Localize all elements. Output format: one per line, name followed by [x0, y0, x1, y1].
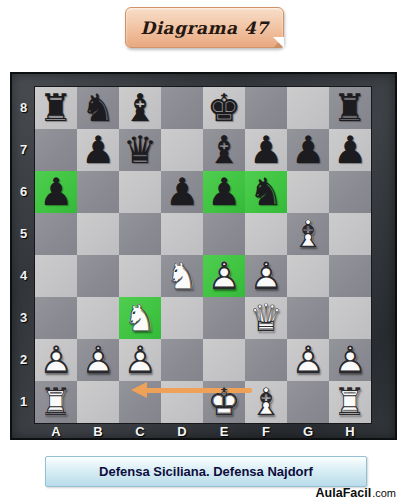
square-h6[interactable]: [329, 171, 371, 213]
square-e6[interactable]: ♟: [203, 171, 245, 213]
black-pawn-d6[interactable]: ♟: [161, 171, 203, 213]
black-pawn-h7[interactable]: ♟: [329, 129, 371, 171]
rank-label-2: 2: [12, 339, 35, 381]
black-knight-f6[interactable]: ♞: [245, 171, 287, 213]
brand: AulaFacil.com: [316, 486, 396, 500]
caption-box: Defensa Siciliana. Defensa Najdorf: [45, 456, 367, 487]
white-knight-c3[interactable]: ♞♘: [119, 297, 161, 339]
square-d6[interactable]: ♟: [161, 171, 203, 213]
square-b4[interactable]: [77, 255, 119, 297]
square-g4[interactable]: [287, 255, 329, 297]
square-h2[interactable]: ♟♙: [329, 339, 371, 381]
diagram-title-ribbon: Diagrama 47: [125, 7, 284, 48]
square-d4[interactable]: ♞♘: [161, 255, 203, 297]
piece-outline-layer: ♔: [203, 381, 245, 423]
square-a3[interactable]: [35, 297, 77, 339]
square-a7[interactable]: [35, 129, 77, 171]
white-pawn-f4[interactable]: ♟♙: [245, 255, 287, 297]
white-pawn-a2[interactable]: ♟♙: [35, 339, 77, 381]
rank-labels: 87654321: [12, 87, 35, 423]
square-f5[interactable]: [245, 213, 287, 255]
square-b3[interactable]: [77, 297, 119, 339]
white-pawn-h2[interactable]: ♟♙: [329, 339, 371, 381]
rank-label-5: 5: [12, 213, 35, 255]
black-pawn-f7[interactable]: ♟: [245, 129, 287, 171]
rank-label-4: 4: [12, 255, 35, 297]
square-e8[interactable]: ♚: [203, 87, 245, 129]
diagram-title: Diagrama 47: [140, 18, 268, 38]
square-g5[interactable]: ♝♗: [287, 213, 329, 255]
square-c2[interactable]: ♟♙: [119, 339, 161, 381]
rank-label-3: 3: [12, 297, 35, 339]
piece-outline-layer: ♘: [119, 297, 161, 339]
white-bishop-g5[interactable]: ♝♗: [287, 213, 329, 255]
piece-outline-layer: ♕: [245, 297, 287, 339]
white-pawn-g2[interactable]: ♟♙: [287, 339, 329, 381]
square-f7[interactable]: ♟: [245, 129, 287, 171]
board-grid[interactable]: ♜♞♝♚♜♟♛♝♟♟♟♟♟♟♞♝♗♞♘♟♙♟♙♞♘♛♕♟♙♟♙♟♙♟♙♟♙♜♖♚…: [35, 87, 371, 423]
rank-label-6: 6: [12, 171, 35, 213]
piece-outline-layer: ♙: [203, 255, 245, 297]
file-labels: ABCDEFGH: [35, 424, 371, 441]
square-d2[interactable]: [161, 339, 203, 381]
square-c3[interactable]: ♞♘: [119, 297, 161, 339]
square-b8[interactable]: ♞: [77, 87, 119, 129]
white-pawn-b2[interactable]: ♟♙: [77, 339, 119, 381]
file-label-f: F: [245, 424, 287, 441]
square-b6[interactable]: [77, 171, 119, 213]
square-h5[interactable]: [329, 213, 371, 255]
piece-outline-layer: ♙: [119, 339, 161, 381]
black-bishop-e7[interactable]: ♝: [203, 129, 245, 171]
square-h1[interactable]: ♜♖: [329, 381, 371, 423]
file-label-d: D: [161, 424, 203, 441]
white-rook-h1[interactable]: ♜♖: [329, 381, 371, 423]
chess-board-frame: 87654321 ♜♞♝♚♜♟♛♝♟♟♟♟♟♟♞♝♗♞♘♟♙♟♙♞♘♛♕♟♙♟♙…: [10, 72, 397, 440]
square-e3[interactable]: [203, 297, 245, 339]
white-bishop-f1[interactable]: ♝♗: [245, 381, 287, 423]
square-d7[interactable]: [161, 129, 203, 171]
square-g8[interactable]: [287, 87, 329, 129]
piece-outline-layer: ♙: [329, 339, 371, 381]
black-king-e8[interactable]: ♚: [203, 87, 245, 129]
black-pawn-b7[interactable]: ♟: [77, 129, 119, 171]
black-pawn-g7[interactable]: ♟: [287, 129, 329, 171]
square-c8[interactable]: ♝: [119, 87, 161, 129]
file-label-b: B: [77, 424, 119, 441]
square-a1[interactable]: ♜♖: [35, 381, 77, 423]
square-e5[interactable]: [203, 213, 245, 255]
piece-outline-layer: ♗: [245, 381, 287, 423]
square-b1[interactable]: [77, 381, 119, 423]
square-g1[interactable]: [287, 381, 329, 423]
square-g7[interactable]: ♟: [287, 129, 329, 171]
square-a6[interactable]: ♟: [35, 171, 77, 213]
square-d3[interactable]: [161, 297, 203, 339]
square-c6[interactable]: [119, 171, 161, 213]
black-pawn-e6[interactable]: ♟: [203, 171, 245, 213]
square-e7[interactable]: ♝: [203, 129, 245, 171]
square-b5[interactable]: [77, 213, 119, 255]
square-f4[interactable]: ♟♙: [245, 255, 287, 297]
black-rook-a8[interactable]: ♜: [35, 87, 77, 129]
square-a4[interactable]: [35, 255, 77, 297]
square-f1[interactable]: ♝♗: [245, 381, 287, 423]
square-c4[interactable]: [119, 255, 161, 297]
white-pawn-e4[interactable]: ♟♙: [203, 255, 245, 297]
square-e4[interactable]: ♟♙: [203, 255, 245, 297]
square-d1[interactable]: [161, 381, 203, 423]
square-a2[interactable]: ♟♙: [35, 339, 77, 381]
white-king-e1[interactable]: ♚♔: [203, 381, 245, 423]
piece-outline-layer: ♙: [35, 339, 77, 381]
piece-outline-layer: ♘: [161, 255, 203, 297]
black-bishop-c8[interactable]: ♝: [119, 87, 161, 129]
square-a5[interactable]: [35, 213, 77, 255]
square-h3[interactable]: [329, 297, 371, 339]
square-g2[interactable]: ♟♙: [287, 339, 329, 381]
square-d8[interactable]: [161, 87, 203, 129]
black-rook-h8[interactable]: ♜: [329, 87, 371, 129]
square-c5[interactable]: [119, 213, 161, 255]
square-a8[interactable]: ♜: [35, 87, 77, 129]
square-e1[interactable]: ♚♔: [203, 381, 245, 423]
brand-suffix: .com: [372, 487, 396, 499]
rank-label-7: 7: [12, 129, 35, 171]
piece-outline-layer: ♖: [329, 381, 371, 423]
white-knight-d4[interactable]: ♞♘: [161, 255, 203, 297]
square-f3[interactable]: ♛♕: [245, 297, 287, 339]
square-g6[interactable]: [287, 171, 329, 213]
file-label-e: E: [203, 424, 245, 441]
file-label-g: G: [287, 424, 329, 441]
square-c1[interactable]: [119, 381, 161, 423]
file-label-c: C: [119, 424, 161, 441]
square-f8[interactable]: [245, 87, 287, 129]
square-e2[interactable]: [203, 339, 245, 381]
square-c7[interactable]: ♛: [119, 129, 161, 171]
black-queen-c7[interactable]: ♛: [119, 129, 161, 171]
file-label-h: H: [329, 424, 371, 441]
piece-outline-layer: ♗: [287, 213, 329, 255]
square-b2[interactable]: ♟♙: [77, 339, 119, 381]
piece-outline-layer: ♙: [245, 255, 287, 297]
square-h7[interactable]: ♟: [329, 129, 371, 171]
page: Diagrama 47 87654321 ♜♞♝♚♜♟♛♝♟♟♟♟♟♟♞♝♗♞♘…: [0, 0, 401, 501]
square-g3[interactable]: [287, 297, 329, 339]
square-d5[interactable]: [161, 213, 203, 255]
piece-outline-layer: ♙: [287, 339, 329, 381]
rank-label-1: 1: [12, 381, 35, 423]
square-b7[interactable]: ♟: [77, 129, 119, 171]
file-label-a: A: [35, 424, 77, 441]
white-pawn-c2[interactable]: ♟♙: [119, 339, 161, 381]
piece-outline-layer: ♙: [77, 339, 119, 381]
square-f6[interactable]: ♞: [245, 171, 287, 213]
brand-name: AulaFacil: [316, 486, 372, 500]
square-h8[interactable]: ♜: [329, 87, 371, 129]
white-queen-f3[interactable]: ♛♕: [245, 297, 287, 339]
black-knight-b8[interactable]: ♞: [77, 87, 119, 129]
white-rook-a1[interactable]: ♜♖: [35, 381, 77, 423]
piece-outline-layer: ♖: [35, 381, 77, 423]
square-f2[interactable]: [245, 339, 287, 381]
square-h4[interactable]: [329, 255, 371, 297]
black-pawn-a6[interactable]: ♟: [35, 171, 77, 213]
caption-text: Defensa Siciliana. Defensa Najdorf: [99, 464, 313, 479]
rank-label-8: 8: [12, 87, 35, 129]
ribbon-fold-decoration: [273, 37, 284, 48]
